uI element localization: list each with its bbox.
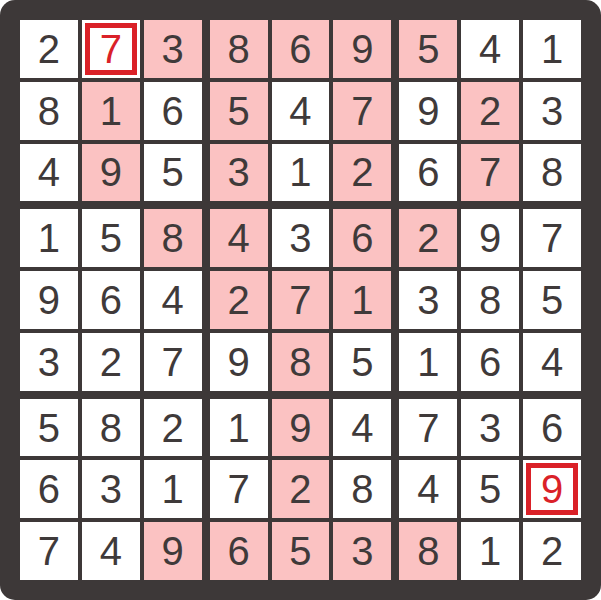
cell-r5c9[interactable]: 5: [523, 271, 581, 329]
cell-r2c6[interactable]: 7: [333, 82, 391, 140]
cell-r1c7[interactable]: 5: [399, 20, 457, 78]
cell-r5c5[interactable]: 7: [272, 271, 330, 329]
cell-r5c7[interactable]: 3: [399, 271, 457, 329]
cell-r2c2[interactable]: 1: [82, 82, 140, 140]
cell-r6c3[interactable]: 7: [144, 333, 202, 391]
cell-r2c5[interactable]: 4: [272, 82, 330, 140]
cell-r1c6[interactable]: 9: [333, 20, 391, 78]
cell-r7c4[interactable]: 1: [210, 399, 268, 457]
cell-r6c9[interactable]: 4: [523, 333, 581, 391]
cell-r5c1[interactable]: 9: [20, 271, 78, 329]
cell-r1c3[interactable]: 3: [144, 20, 202, 78]
cell-r7c1[interactable]: 5: [20, 399, 78, 457]
cell-r4c3[interactable]: 8: [144, 209, 202, 267]
cell-r9c5[interactable]: 5: [272, 522, 330, 580]
cell-r3c9[interactable]: 8: [523, 144, 581, 202]
cell-r1c2[interactable]: 7: [82, 20, 140, 78]
cell-r9c7[interactable]: 8: [399, 522, 457, 580]
cell-r4c7[interactable]: 2: [399, 209, 457, 267]
cell-r3c5[interactable]: 1: [272, 144, 330, 202]
cell-r7c5[interactable]: 9: [272, 399, 330, 457]
cell-r2c4[interactable]: 5: [210, 82, 268, 140]
cell-r8c5[interactable]: 2: [272, 460, 330, 518]
cell-r6c4[interactable]: 9: [210, 333, 268, 391]
cell-r8c6[interactable]: 8: [333, 460, 391, 518]
cell-r3c7[interactable]: 6: [399, 144, 457, 202]
cell-r6c5[interactable]: 8: [272, 333, 330, 391]
cell-r7c7[interactable]: 7: [399, 399, 457, 457]
cell-r1c1[interactable]: 2: [20, 20, 78, 78]
cell-r1c8[interactable]: 4: [461, 20, 519, 78]
cell-r8c1[interactable]: 6: [20, 460, 78, 518]
cell-r3c6[interactable]: 2: [333, 144, 391, 202]
cell-r9c3[interactable]: 9: [144, 522, 202, 580]
cell-r4c2[interactable]: 5: [82, 209, 140, 267]
cell-r6c8[interactable]: 6: [461, 333, 519, 391]
cell-r3c8[interactable]: 7: [461, 144, 519, 202]
cell-r6c6[interactable]: 5: [333, 333, 391, 391]
cell-r5c8[interactable]: 8: [461, 271, 519, 329]
cell-r7c8[interactable]: 3: [461, 399, 519, 457]
cell-r9c9[interactable]: 2: [523, 522, 581, 580]
cell-r4c4[interactable]: 4: [210, 209, 268, 267]
cell-r9c1[interactable]: 7: [20, 522, 78, 580]
cell-r4c1[interactable]: 1: [20, 209, 78, 267]
cell-r4c6[interactable]: 6: [333, 209, 391, 267]
cell-r2c1[interactable]: 8: [20, 82, 78, 140]
cell-r5c6[interactable]: 1: [333, 271, 391, 329]
cell-r7c9[interactable]: 6: [523, 399, 581, 457]
cell-r1c9[interactable]: 1: [523, 20, 581, 78]
cell-r4c9[interactable]: 7: [523, 209, 581, 267]
cell-r5c3[interactable]: 4: [144, 271, 202, 329]
cell-r8c7[interactable]: 4: [399, 460, 457, 518]
cell-r4c5[interactable]: 3: [272, 209, 330, 267]
cell-r8c2[interactable]: 3: [82, 460, 140, 518]
cell-r7c3[interactable]: 2: [144, 399, 202, 457]
cell-r3c2[interactable]: 9: [82, 144, 140, 202]
cell-r9c6[interactable]: 3: [333, 522, 391, 580]
cell-r9c8[interactable]: 1: [461, 522, 519, 580]
cell-r6c2[interactable]: 2: [82, 333, 140, 391]
cell-r8c4[interactable]: 7: [210, 460, 268, 518]
cell-r6c7[interactable]: 1: [399, 333, 457, 391]
cell-r2c3[interactable]: 6: [144, 82, 202, 140]
cell-r1c5[interactable]: 6: [272, 20, 330, 78]
cell-r3c3[interactable]: 5: [144, 144, 202, 202]
cell-r7c2[interactable]: 8: [82, 399, 140, 457]
cell-r9c4[interactable]: 6: [210, 522, 268, 580]
cell-r4c8[interactable]: 9: [461, 209, 519, 267]
cell-r1c4[interactable]: 8: [210, 20, 268, 78]
cell-r3c4[interactable]: 3: [210, 144, 268, 202]
sudoku-grid: 2738695418165479234953126781584362979642…: [20, 20, 581, 580]
cell-r3c1[interactable]: 4: [20, 144, 78, 202]
cell-r2c9[interactable]: 3: [523, 82, 581, 140]
sudoku-board: 2738695418165479234953126781584362979642…: [0, 0, 601, 600]
cell-r8c3[interactable]: 1: [144, 460, 202, 518]
cell-r2c8[interactable]: 2: [461, 82, 519, 140]
cell-r5c2[interactable]: 6: [82, 271, 140, 329]
cell-r5c4[interactable]: 2: [210, 271, 268, 329]
cell-r9c2[interactable]: 4: [82, 522, 140, 580]
cell-r8c9[interactable]: 9: [523, 460, 581, 518]
cell-r7c6[interactable]: 4: [333, 399, 391, 457]
cell-r2c7[interactable]: 9: [399, 82, 457, 140]
cell-r8c8[interactable]: 5: [461, 460, 519, 518]
cell-r6c1[interactable]: 3: [20, 333, 78, 391]
